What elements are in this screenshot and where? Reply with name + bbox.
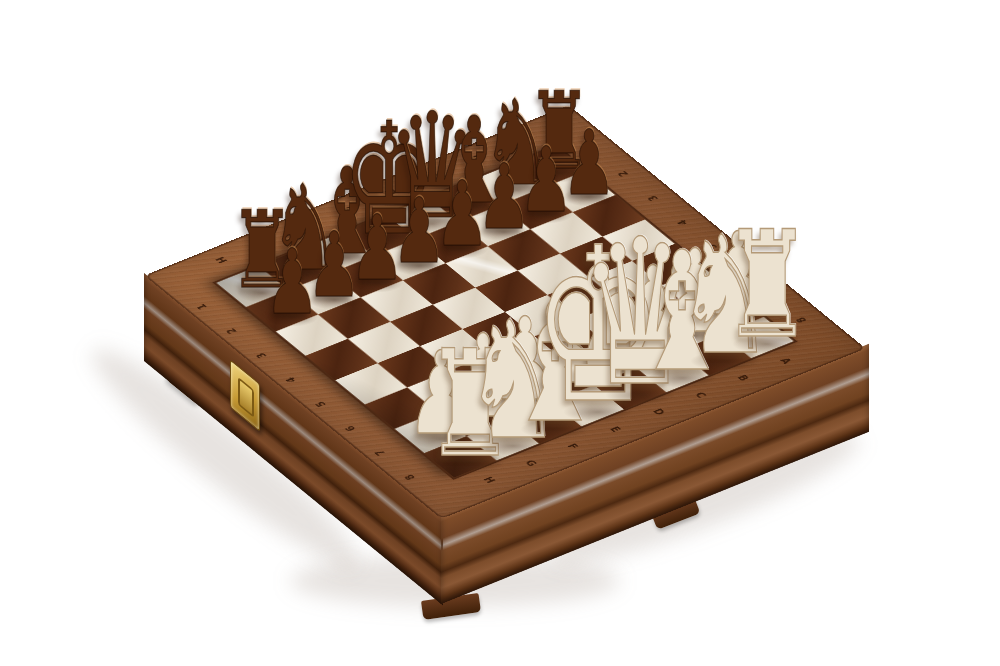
rank-label-left-4: 4 — [284, 376, 298, 384]
file-label-near-F: F — [566, 443, 580, 451]
rank-label-right-8: 8 — [794, 316, 808, 324]
rank-label-right-7: 7 — [765, 292, 779, 300]
rank-label-left-2: 2 — [224, 327, 238, 335]
rank-label-right-2: 2 — [616, 170, 630, 178]
rank-label-left-3: 3 — [254, 352, 268, 360]
file-label-near-C: C — [693, 391, 708, 399]
rank-label-right-1: 1 — [586, 146, 600, 154]
rank-label-right-3: 3 — [646, 194, 660, 202]
file-label-far-B: B — [467, 154, 482, 162]
rank-label-right-6: 6 — [735, 267, 749, 275]
scene: HHGGFFEEDDCCBBAA1122334455667788 ♜♞♝♚♛♝♞… — [0, 0, 1000, 666]
rank-label-left-6: 6 — [343, 425, 357, 433]
file-label-far-E: E — [340, 206, 354, 214]
rank-label-left-8: 8 — [403, 473, 417, 481]
file-label-near-D: D — [651, 408, 666, 417]
file-label-near-B: B — [736, 374, 751, 382]
rank-label-left-5: 5 — [314, 400, 328, 408]
file-label-near-E: E — [608, 426, 622, 434]
file-label-far-F: F — [297, 223, 311, 231]
file-label-near-G: G — [523, 459, 538, 467]
rank-label-left-7: 7 — [373, 449, 387, 457]
rank-label-right-5: 5 — [705, 243, 719, 251]
file-label-far-A: A — [510, 137, 525, 145]
brass-latch — [230, 359, 260, 432]
file-label-near-A: A — [778, 357, 793, 365]
file-label-far-H: H — [213, 256, 228, 265]
rank-label-right-4: 4 — [675, 219, 689, 227]
file-label-far-G: G — [255, 239, 270, 247]
rank-label-left-1: 1 — [195, 303, 209, 311]
file-label-near-H: H — [481, 476, 496, 485]
file-label-far-C: C — [425, 171, 440, 179]
file-label-far-D: D — [383, 188, 398, 197]
